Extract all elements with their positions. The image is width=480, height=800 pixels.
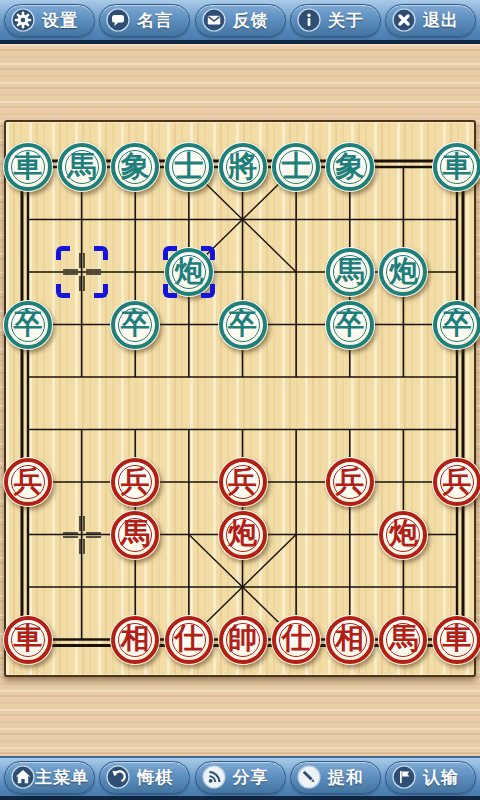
piece-inner-ring: 馬 [333,255,367,289]
undo-move-label: 悔棋 [130,766,183,789]
piece-inner-ring: 士 [172,150,206,184]
gear-icon [11,8,35,32]
piece-black-advisor[interactable]: 士 [164,142,214,192]
envelope-icon [202,8,226,32]
piece-black-cannon[interactable]: 炮 [164,247,214,297]
piece-character: 車 [14,152,43,181]
piece-character: 卒 [121,309,150,338]
resign-label: 认输 [416,766,469,789]
piece-inner-ring: 車 [440,150,474,184]
piece-black-soldier[interactable]: 卒 [110,300,160,350]
piece-red-elephant[interactable]: 相 [110,615,160,665]
piece-inner-ring: 卒 [440,308,474,342]
exit-label: 退出 [416,9,469,32]
piece-inner-ring: 相 [118,623,152,657]
piece-inner-ring: 車 [11,623,45,657]
piece-red-general[interactable]: 帥 [218,615,268,665]
piece-inner-ring: 仕 [172,623,206,657]
quotes-button[interactable]: 名言 [99,4,190,37]
piece-character: 馬 [121,519,150,548]
piece-inner-ring: 炮 [226,518,260,552]
piece-red-horse[interactable]: 馬 [110,510,160,560]
piece-inner-ring: 象 [333,150,367,184]
piece-inner-ring: 將 [226,150,260,184]
piece-character: 帥 [228,624,257,653]
piece-character: 仕 [282,624,311,653]
feedback-label: 反馈 [226,9,279,32]
piece-character: 將 [228,152,257,181]
settings-button[interactable]: 设置 [4,4,95,37]
resign-button[interactable]: 认输 [385,761,476,794]
piece-red-soldier[interactable]: 兵 [432,457,480,507]
piece-black-elephant[interactable]: 象 [110,142,160,192]
piece-red-cannon[interactable]: 炮 [218,510,268,560]
piece-inner-ring: 卒 [226,308,260,342]
piece-character: 炮 [174,257,203,286]
feedback-button[interactable]: 反馈 [195,4,286,37]
piece-inner-ring: 象 [118,150,152,184]
pencil-icon [297,765,321,789]
app-screen: 设置 名言 反馈 关于 退出 車 馬 象 士 [0,0,480,800]
piece-red-rook[interactable]: 車 [432,615,480,665]
piece-inner-ring: 馬 [118,518,152,552]
piece-character: 馬 [389,624,418,653]
piece-character: 兵 [121,467,150,496]
piece-inner-ring: 士 [279,150,313,184]
piece-character: 炮 [228,519,257,548]
piece-black-rook[interactable]: 車 [432,142,480,192]
piece-character: 卒 [335,309,364,338]
piece-black-soldier[interactable]: 卒 [325,300,375,350]
piece-inner-ring: 兵 [440,465,474,499]
piece-black-general[interactable]: 將 [218,142,268,192]
piece-black-advisor[interactable]: 士 [271,142,321,192]
main-menu-label: 主菜单 [35,766,92,789]
piece-inner-ring: 帥 [226,623,260,657]
piece-inner-ring: 炮 [386,518,420,552]
piece-inner-ring: 卒 [118,308,152,342]
offer-draw-button[interactable]: 提和 [290,761,381,794]
piece-red-rook[interactable]: 車 [3,615,53,665]
piece-character: 兵 [228,467,257,496]
main-menu-button[interactable]: 主菜单 [4,761,95,794]
quotes-label: 名言 [130,9,183,32]
piece-black-rook[interactable]: 車 [3,142,53,192]
piece-character: 兵 [14,467,43,496]
piece-inner-ring: 相 [333,623,367,657]
piece-inner-ring: 兵 [11,465,45,499]
piece-red-soldier[interactable]: 兵 [218,457,268,507]
piece-black-elephant[interactable]: 象 [325,142,375,192]
about-button[interactable]: 关于 [290,4,381,37]
settings-label: 设置 [35,9,88,32]
piece-inner-ring: 炮 [386,255,420,289]
piece-black-soldier[interactable]: 卒 [218,300,268,350]
piece-inner-ring: 車 [11,150,45,184]
piece-character: 兵 [335,467,364,496]
piece-red-advisor[interactable]: 仕 [271,615,321,665]
piece-black-horse[interactable]: 馬 [57,142,107,192]
piece-black-soldier[interactable]: 卒 [3,300,53,350]
piece-character: 象 [121,152,150,181]
piece-black-horse[interactable]: 馬 [325,247,375,297]
undo-move-button[interactable]: 悔棋 [99,761,190,794]
piece-red-soldier[interactable]: 兵 [110,457,160,507]
piece-inner-ring: 馬 [65,150,99,184]
piece-inner-ring: 炮 [172,255,206,289]
share-label: 分享 [226,766,279,789]
wood-background: 車 馬 象 士 將 士 象 車 炮 馬 炮 卒 卒 卒 [0,44,480,756]
bottom-bar: 主菜单 悔棋 分享 提和 认输 [0,756,480,800]
piece-character: 士 [282,152,311,181]
piece-character: 馬 [67,152,96,181]
piece-character: 車 [443,624,472,653]
info-icon [297,8,321,32]
close-icon [392,8,416,32]
share-button[interactable]: 分享 [195,761,286,794]
piece-character: 相 [121,624,150,653]
piece-character: 炮 [389,519,418,548]
offer-draw-label: 提和 [321,766,374,789]
piece-red-horse[interactable]: 馬 [378,615,428,665]
piece-inner-ring: 仕 [279,623,313,657]
piece-character: 炮 [389,257,418,286]
piece-character: 馬 [335,257,364,286]
board-grid [6,122,474,675]
piece-black-soldier[interactable]: 卒 [432,300,480,350]
speech-bubble-icon [106,8,130,32]
piece-red-soldier[interactable]: 兵 [325,457,375,507]
piece-character: 車 [443,152,472,181]
exit-button[interactable]: 退出 [385,4,476,37]
piece-character: 卒 [14,309,43,338]
piece-inner-ring: 卒 [333,308,367,342]
piece-inner-ring: 兵 [226,465,260,499]
piece-character: 卒 [443,309,472,338]
top-bar: 设置 名言 反馈 关于 退出 [0,0,480,44]
home-icon [11,765,35,789]
undo-arrow-icon [106,765,130,789]
piece-character: 兵 [443,467,472,496]
piece-character: 卒 [228,309,257,338]
piece-red-soldier[interactable]: 兵 [3,457,53,507]
share-rss-icon [202,765,226,789]
piece-inner-ring: 馬 [386,623,420,657]
piece-red-advisor[interactable]: 仕 [164,615,214,665]
piece-red-elephant[interactable]: 相 [325,615,375,665]
xiangqi-board[interactable]: 車 馬 象 士 將 士 象 車 炮 馬 炮 卒 卒 卒 [4,120,476,677]
flag-icon [392,765,416,789]
piece-character: 士 [174,152,203,181]
piece-inner-ring: 兵 [333,465,367,499]
piece-inner-ring: 車 [440,623,474,657]
piece-inner-ring: 兵 [118,465,152,499]
piece-red-cannon[interactable]: 炮 [378,510,428,560]
piece-character: 相 [335,624,364,653]
about-label: 关于 [321,9,374,32]
piece-character: 仕 [174,624,203,653]
piece-character: 象 [335,152,364,181]
piece-character: 車 [14,624,43,653]
piece-inner-ring: 卒 [11,308,45,342]
